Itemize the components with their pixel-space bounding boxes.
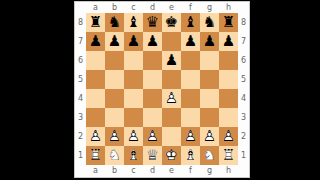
file-label-top-e: e [162,2,181,13]
square-b7: ♟︎ [105,32,124,51]
square-f4 [181,89,200,108]
square-h2: ♟︎♙ [219,127,238,146]
square-f8: ♝ [181,13,200,32]
square-d4 [143,89,162,108]
file-label-bottom-g: g [200,165,219,177]
square-a2: ♟︎♙ [86,127,105,146]
file-label-bottom-e: e [162,165,181,177]
file-label-top-a: a [86,2,105,13]
square-h3 [219,108,238,127]
file-label-bottom-b: b [105,165,124,177]
piece-white-queen: ♛♕ [143,146,162,165]
rank-label-right-1: 1 [238,146,249,165]
file-label-top-b: b [105,2,124,13]
letterbox-left [0,0,74,180]
square-h5 [219,70,238,89]
piece-black-pawn: ♟︎ [86,32,105,51]
square-g8: ♞ [200,13,219,32]
rank-label-right-2: 2 [238,127,249,146]
rank-label-left-5: 5 [75,70,86,89]
square-a7: ♟︎ [86,32,105,51]
square-f7: ♟︎ [181,32,200,51]
piece-white-pawn: ♟︎♙ [105,127,124,146]
piece-white-pawn: ♟︎♙ [200,127,219,146]
square-d3 [143,108,162,127]
square-f5 [181,70,200,89]
square-h4 [219,89,238,108]
square-a3 [86,108,105,127]
chess-board: aabbccddeeffgghh8877665544332211♜♞♝♛♚♝♞♜… [75,2,249,177]
piece-white-knight: ♞♘ [105,146,124,165]
square-b5 [105,70,124,89]
square-c5 [124,70,143,89]
rank-label-left-4: 4 [75,89,86,108]
square-d7: ♟︎ [143,32,162,51]
square-h7: ♟︎ [219,32,238,51]
letterbox-right [250,0,320,180]
square-d8: ♛ [143,13,162,32]
square-g6 [200,51,219,70]
square-a6 [86,51,105,70]
square-d1: ♛♕ [143,146,162,165]
square-e4: ♟︎♙ [162,89,181,108]
piece-black-knight: ♞ [200,13,219,32]
rank-label-right-5: 5 [238,70,249,89]
square-c7: ♟︎ [124,32,143,51]
piece-black-queen: ♛ [143,13,162,32]
square-f1: ♝♗ [181,146,200,165]
file-label-top-d: d [143,2,162,13]
square-e6: ♟︎ [162,51,181,70]
file-label-bottom-a: a [86,165,105,177]
square-a4 [86,89,105,108]
square-c3 [124,108,143,127]
piece-black-pawn: ♟︎ [200,32,219,51]
file-label-top-g: g [200,2,219,13]
rank-label-right-8: 8 [238,13,249,32]
square-b8: ♞ [105,13,124,32]
file-label-top-h: h [219,2,238,13]
piece-black-king: ♚ [162,13,181,32]
square-b4 [105,89,124,108]
square-g3 [200,108,219,127]
rank-label-right-4: 4 [238,89,249,108]
square-e5 [162,70,181,89]
piece-black-knight: ♞ [105,13,124,32]
square-c1: ♝♗ [124,146,143,165]
rank-label-right-7: 7 [238,32,249,51]
square-a5 [86,70,105,89]
square-g1: ♞♘ [200,146,219,165]
square-c8: ♝ [124,13,143,32]
rank-label-left-8: 8 [75,13,86,32]
square-f6 [181,51,200,70]
rank-label-right-3: 3 [238,108,249,127]
file-label-bottom-f: f [181,165,200,177]
square-b1: ♞♘ [105,146,124,165]
square-b2: ♟︎♙ [105,127,124,146]
square-g4 [200,89,219,108]
square-f3 [181,108,200,127]
square-h1: ♜♖ [219,146,238,165]
square-e1: ♚♔ [162,146,181,165]
piece-black-pawn: ♟︎ [124,32,143,51]
rank-label-left-2: 2 [75,127,86,146]
piece-white-bishop: ♝♗ [124,146,143,165]
piece-white-knight: ♞♘ [200,146,219,165]
piece-black-pawn: ♟︎ [143,32,162,51]
square-e7 [162,32,181,51]
chess-diagram-panel: aabbccddeeffgghh8877665544332211♜♞♝♛♚♝♞♜… [74,1,250,178]
square-c6 [124,51,143,70]
square-h8: ♜ [219,13,238,32]
file-label-top-f: f [181,2,200,13]
square-d6 [143,51,162,70]
piece-black-bishop: ♝ [124,13,143,32]
piece-black-pawn: ♟︎ [162,51,181,70]
piece-white-rook: ♜♖ [219,146,238,165]
file-label-bottom-h: h [219,165,238,177]
square-f2: ♟︎♙ [181,127,200,146]
square-g2: ♟︎♙ [200,127,219,146]
file-label-top-c: c [124,2,143,13]
piece-white-pawn: ♟︎♙ [219,127,238,146]
square-c4 [124,89,143,108]
file-label-bottom-c: c [124,165,143,177]
piece-black-bishop: ♝ [181,13,200,32]
piece-black-pawn: ♟︎ [105,32,124,51]
square-e2 [162,127,181,146]
piece-black-pawn: ♟︎ [219,32,238,51]
piece-black-pawn: ♟︎ [181,32,200,51]
piece-white-pawn: ♟︎♙ [86,127,105,146]
piece-white-rook: ♜♖ [86,146,105,165]
square-b6 [105,51,124,70]
piece-white-pawn: ♟︎♙ [162,89,181,108]
square-g7: ♟︎ [200,32,219,51]
piece-white-king: ♚♔ [162,146,181,165]
piece-white-pawn: ♟︎♙ [181,127,200,146]
rank-label-left-1: 1 [75,146,86,165]
square-h6 [219,51,238,70]
rank-label-left-6: 6 [75,51,86,70]
square-a8: ♜ [86,13,105,32]
piece-white-pawn: ♟︎♙ [143,127,162,146]
rank-label-left-3: 3 [75,108,86,127]
rank-label-right-6: 6 [238,51,249,70]
square-d5 [143,70,162,89]
piece-black-rook: ♜ [219,13,238,32]
video-frame: aabbccddeeffgghh8877665544332211♜♞♝♛♚♝♞♜… [0,0,320,180]
square-e8: ♚ [162,13,181,32]
square-b3 [105,108,124,127]
piece-black-rook: ♜ [86,13,105,32]
square-g5 [200,70,219,89]
square-c2: ♟︎♙ [124,127,143,146]
square-d2: ♟︎♙ [143,127,162,146]
piece-white-pawn: ♟︎♙ [124,127,143,146]
square-e3 [162,108,181,127]
file-label-bottom-d: d [143,165,162,177]
piece-white-bishop: ♝♗ [181,146,200,165]
rank-label-left-7: 7 [75,32,86,51]
square-a1: ♜♖ [86,146,105,165]
